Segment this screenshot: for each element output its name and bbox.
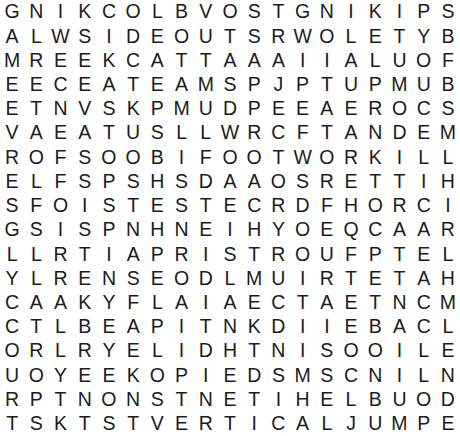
grid-cell-r3c12[interactable]: A — [266, 48, 290, 72]
grid-cell-r3c4[interactable]: E — [73, 48, 97, 72]
grid-cell-r12c12[interactable]: U — [266, 266, 290, 290]
grid-cell-r10c13[interactable]: O — [291, 218, 315, 242]
grid-cell-r10c16[interactable]: C — [363, 218, 387, 242]
grid-cell-r14c11[interactable]: K — [242, 315, 266, 339]
grid-cell-r18c16[interactable]: U — [363, 412, 387, 436]
grid-cell-r8c19[interactable]: H — [436, 170, 460, 194]
grid-cell-r13c5[interactable]: Y — [97, 291, 121, 315]
grid-cell-r7c2[interactable]: O — [24, 145, 48, 169]
grid-cell-r1c5[interactable]: C — [97, 0, 121, 24]
grid-cell-r16c8[interactable]: P — [169, 363, 193, 387]
grid-cell-r15c10[interactable]: H — [218, 339, 242, 363]
grid-cell-r9c16[interactable]: O — [363, 194, 387, 218]
grid-cell-r5c10[interactable]: D — [218, 97, 242, 121]
grid-cell-r17c12[interactable]: I — [266, 388, 290, 412]
grid-cell-r3c6[interactable]: C — [121, 48, 145, 72]
grid-cell-r14c13[interactable]: I — [291, 315, 315, 339]
grid-cell-r16c2[interactable]: O — [24, 363, 48, 387]
grid-cell-r11c8[interactable]: R — [169, 242, 193, 266]
grid-cell-r5c1[interactable]: E — [0, 97, 24, 121]
grid-cell-r5c14[interactable]: A — [315, 97, 339, 121]
grid-cell-r5c12[interactable]: E — [266, 97, 290, 121]
grid-cell-r12c8[interactable]: O — [169, 266, 193, 290]
grid-cell-r10c7[interactable]: H — [145, 218, 169, 242]
grid-cell-r13c8[interactable]: A — [169, 291, 193, 315]
grid-cell-r12c17[interactable]: T — [387, 266, 411, 290]
grid-cell-r4c9[interactable]: M — [194, 73, 218, 97]
grid-cell-r17c1[interactable]: R — [0, 388, 24, 412]
grid-cell-r5c8[interactable]: M — [169, 97, 193, 121]
grid-cell-r4c16[interactable]: P — [363, 73, 387, 97]
grid-cell-r18c18[interactable]: P — [412, 412, 436, 436]
grid-cell-r14c6[interactable]: A — [121, 315, 145, 339]
grid-cell-r6c9[interactable]: L — [194, 121, 218, 145]
grid-cell-r12c1[interactable]: Y — [0, 266, 24, 290]
grid-cell-r5c16[interactable]: R — [363, 97, 387, 121]
grid-cell-r18c19[interactable]: E — [436, 412, 460, 436]
grid-cell-r17c8[interactable]: T — [169, 388, 193, 412]
grid-cell-r18c15[interactable]: J — [339, 412, 363, 436]
grid-cell-r13c2[interactable]: A — [24, 291, 48, 315]
grid-cell-r2c1[interactable]: A — [0, 24, 24, 48]
grid-cell-r1c6[interactable]: O — [121, 0, 145, 24]
grid-cell-r4c14[interactable]: T — [315, 73, 339, 97]
grid-cell-r14c3[interactable]: L — [48, 315, 72, 339]
grid-cell-r15c9[interactable]: D — [194, 339, 218, 363]
grid-cell-r9c18[interactable]: C — [412, 194, 436, 218]
grid-cell-r7c8[interactable]: I — [169, 145, 193, 169]
grid-cell-r10c9[interactable]: E — [194, 218, 218, 242]
grid-cell-r8c2[interactable]: L — [24, 170, 48, 194]
grid-cell-r18c2[interactable]: S — [24, 412, 48, 436]
grid-cell-r9c4[interactable]: I — [73, 194, 97, 218]
grid-cell-r7c5[interactable]: O — [97, 145, 121, 169]
grid-cell-r16c19[interactable]: N — [436, 363, 460, 387]
grid-cell-r14c4[interactable]: B — [73, 315, 97, 339]
grid-cell-r16c4[interactable]: E — [73, 363, 97, 387]
grid-cell-r17c9[interactable]: N — [194, 388, 218, 412]
grid-cell-r13c18[interactable]: C — [412, 291, 436, 315]
grid-cell-r3c19[interactable]: F — [436, 48, 460, 72]
grid-cell-r9c19[interactable]: I — [436, 194, 460, 218]
grid-cell-r5c15[interactable]: E — [339, 97, 363, 121]
grid-cell-r8c4[interactable]: S — [73, 170, 97, 194]
grid-cell-r1c12[interactable]: T — [266, 0, 290, 24]
grid-cell-r14c8[interactable]: I — [169, 315, 193, 339]
grid-cell-r7c10[interactable]: O — [218, 145, 242, 169]
grid-cell-r4c18[interactable]: U — [412, 73, 436, 97]
grid-cell-r7c7[interactable]: B — [145, 145, 169, 169]
grid-cell-r6c12[interactable]: C — [266, 121, 290, 145]
grid-cell-r15c11[interactable]: T — [242, 339, 266, 363]
grid-cell-r11c17[interactable]: T — [387, 242, 411, 266]
grid-cell-r2c15[interactable]: L — [339, 24, 363, 48]
grid-cell-r11c13[interactable]: O — [291, 242, 315, 266]
grid-cell-r2c10[interactable]: T — [218, 24, 242, 48]
grid-cell-r11c11[interactable]: T — [242, 242, 266, 266]
grid-cell-r11c7[interactable]: P — [145, 242, 169, 266]
grid-cell-r14c15[interactable]: E — [339, 315, 363, 339]
grid-cell-r17c2[interactable]: P — [24, 388, 48, 412]
grid-cell-r1c17[interactable]: I — [387, 0, 411, 24]
grid-cell-r15c1[interactable]: O — [0, 339, 24, 363]
grid-cell-r3c16[interactable]: L — [363, 48, 387, 72]
grid-cell-r14c1[interactable]: C — [0, 315, 24, 339]
grid-cell-r18c1[interactable]: T — [0, 412, 24, 436]
grid-cell-r9c10[interactable]: E — [218, 194, 242, 218]
grid-cell-r12c5[interactable]: N — [97, 266, 121, 290]
grid-cell-r6c13[interactable]: F — [291, 121, 315, 145]
grid-cell-r3c15[interactable]: A — [339, 48, 363, 72]
grid-cell-r10c17[interactable]: A — [387, 218, 411, 242]
grid-cell-r13c9[interactable]: I — [194, 291, 218, 315]
grid-cell-r17c10[interactable]: E — [218, 388, 242, 412]
grid-cell-r12c15[interactable]: T — [339, 266, 363, 290]
grid-cell-r2c7[interactable]: E — [145, 24, 169, 48]
grid-cell-r14c12[interactable]: D — [266, 315, 290, 339]
grid-cell-r15c3[interactable]: L — [48, 339, 72, 363]
grid-cell-r17c7[interactable]: S — [145, 388, 169, 412]
grid-cell-r8c17[interactable]: T — [387, 170, 411, 194]
grid-cell-r1c8[interactable]: B — [169, 0, 193, 24]
grid-cell-r13c3[interactable]: A — [48, 291, 72, 315]
grid-cell-r2c5[interactable]: I — [97, 24, 121, 48]
grid-cell-r13c7[interactable]: L — [145, 291, 169, 315]
grid-cell-r1c4[interactable]: K — [73, 0, 97, 24]
grid-cell-r2c19[interactable]: B — [436, 24, 460, 48]
grid-cell-r16c12[interactable]: S — [266, 363, 290, 387]
grid-cell-r7c17[interactable]: I — [387, 145, 411, 169]
grid-cell-r6c18[interactable]: E — [412, 121, 436, 145]
grid-cell-r9c1[interactable]: S — [0, 194, 24, 218]
grid-cell-r5c5[interactable]: S — [97, 97, 121, 121]
grid-cell-r18c7[interactable]: V — [145, 412, 169, 436]
grid-cell-r3c8[interactable]: T — [169, 48, 193, 72]
grid-cell-r18c14[interactable]: L — [315, 412, 339, 436]
grid-cell-r4c15[interactable]: U — [339, 73, 363, 97]
grid-cell-r8c7[interactable]: H — [145, 170, 169, 194]
grid-cell-r5c19[interactable]: S — [436, 97, 460, 121]
grid-cell-r10c8[interactable]: N — [169, 218, 193, 242]
grid-cell-r3c1[interactable]: M — [0, 48, 24, 72]
grid-cell-r4c11[interactable]: P — [242, 73, 266, 97]
grid-cell-r12c18[interactable]: A — [412, 266, 436, 290]
grid-cell-r15c6[interactable]: E — [121, 339, 145, 363]
grid-cell-r1c2[interactable]: N — [24, 0, 48, 24]
grid-cell-r7c9[interactable]: F — [194, 145, 218, 169]
grid-cell-r16c10[interactable]: E — [218, 363, 242, 387]
grid-cell-r5c18[interactable]: C — [412, 97, 436, 121]
grid-cell-r8c12[interactable]: O — [266, 170, 290, 194]
grid-cell-r13c16[interactable]: T — [363, 291, 387, 315]
grid-cell-r8c15[interactable]: E — [339, 170, 363, 194]
grid-cell-r9c9[interactable]: T — [194, 194, 218, 218]
grid-cell-r11c1[interactable]: L — [0, 242, 24, 266]
grid-cell-r11c12[interactable]: R — [266, 242, 290, 266]
grid-cell-r10c18[interactable]: A — [412, 218, 436, 242]
grid-cell-r5c4[interactable]: V — [73, 97, 97, 121]
grid-cell-r11c2[interactable]: L — [24, 242, 48, 266]
grid-cell-r15c17[interactable]: I — [387, 339, 411, 363]
grid-cell-r5c6[interactable]: K — [121, 97, 145, 121]
grid-cell-r16c6[interactable]: K — [121, 363, 145, 387]
grid-cell-r10c15[interactable]: Q — [339, 218, 363, 242]
grid-cell-r16c17[interactable]: I — [387, 363, 411, 387]
grid-cell-r10c2[interactable]: S — [24, 218, 48, 242]
grid-cell-r4c10[interactable]: S — [218, 73, 242, 97]
grid-cell-r11c4[interactable]: T — [73, 242, 97, 266]
grid-cell-r11c18[interactable]: E — [412, 242, 436, 266]
grid-cell-r11c14[interactable]: U — [315, 242, 339, 266]
grid-cell-r17c16[interactable]: B — [363, 388, 387, 412]
grid-cell-r18c5[interactable]: S — [97, 412, 121, 436]
grid-cell-r18c3[interactable]: K — [48, 412, 72, 436]
grid-cell-r4c5[interactable]: A — [97, 73, 121, 97]
grid-cell-r17c15[interactable]: L — [339, 388, 363, 412]
grid-cell-r14c19[interactable]: L — [436, 315, 460, 339]
grid-cell-r6c19[interactable]: M — [436, 121, 460, 145]
grid-cell-r12c10[interactable]: L — [218, 266, 242, 290]
grid-cell-r14c10[interactable]: N — [218, 315, 242, 339]
grid-cell-r1c16[interactable]: K — [363, 0, 387, 24]
grid-cell-r2c13[interactable]: W — [291, 24, 315, 48]
grid-cell-r6c14[interactable]: T — [315, 121, 339, 145]
grid-cell-r17c3[interactable]: T — [48, 388, 72, 412]
grid-cell-r16c18[interactable]: L — [412, 363, 436, 387]
grid-cell-r2c12[interactable]: R — [266, 24, 290, 48]
grid-cell-r4c3[interactable]: C — [48, 73, 72, 97]
grid-cell-r8c5[interactable]: P — [97, 170, 121, 194]
grid-cell-r13c19[interactable]: M — [436, 291, 460, 315]
grid-cell-r1c3[interactable]: I — [48, 0, 72, 24]
grid-cell-r9c11[interactable]: C — [242, 194, 266, 218]
grid-cell-r2c14[interactable]: O — [315, 24, 339, 48]
grid-cell-r17c18[interactable]: O — [412, 388, 436, 412]
grid-cell-r3c13[interactable]: I — [291, 48, 315, 72]
grid-cell-r16c11[interactable]: D — [242, 363, 266, 387]
grid-cell-r10c3[interactable]: I — [48, 218, 72, 242]
grid-cell-r18c9[interactable]: R — [194, 412, 218, 436]
grid-cell-r2c9[interactable]: U — [194, 24, 218, 48]
grid-cell-r6c7[interactable]: S — [145, 121, 169, 145]
grid-cell-r17c14[interactable]: E — [315, 388, 339, 412]
grid-cell-r7c6[interactable]: O — [121, 145, 145, 169]
grid-cell-r8c8[interactable]: S — [169, 170, 193, 194]
grid-cell-r9c14[interactable]: F — [315, 194, 339, 218]
grid-cell-r6c5[interactable]: T — [97, 121, 121, 145]
grid-cell-r4c12[interactable]: J — [266, 73, 290, 97]
grid-cell-r2c17[interactable]: T — [387, 24, 411, 48]
grid-cell-r2c16[interactable]: E — [363, 24, 387, 48]
grid-cell-r6c6[interactable]: U — [121, 121, 145, 145]
grid-cell-r17c4[interactable]: N — [73, 388, 97, 412]
grid-cell-r6c16[interactable]: N — [363, 121, 387, 145]
grid-cell-r16c14[interactable]: S — [315, 363, 339, 387]
grid-cell-r8c1[interactable]: E — [0, 170, 24, 194]
grid-cell-r11c19[interactable]: L — [436, 242, 460, 266]
grid-cell-r1c1[interactable]: G — [0, 0, 24, 24]
grid-cell-r13c10[interactable]: A — [218, 291, 242, 315]
grid-cell-r13c12[interactable]: C — [266, 291, 290, 315]
grid-cell-r2c8[interactable]: O — [169, 24, 193, 48]
grid-cell-r12c4[interactable]: E — [73, 266, 97, 290]
grid-cell-r6c3[interactable]: E — [48, 121, 72, 145]
grid-cell-r17c17[interactable]: U — [387, 388, 411, 412]
grid-cell-r15c19[interactable]: E — [436, 339, 460, 363]
grid-cell-r6c4[interactable]: A — [73, 121, 97, 145]
grid-cell-r18c11[interactable]: I — [242, 412, 266, 436]
grid-cell-r12c7[interactable]: E — [145, 266, 169, 290]
grid-cell-r15c14[interactable]: S — [315, 339, 339, 363]
grid-cell-r16c15[interactable]: C — [339, 363, 363, 387]
grid-cell-r10c5[interactable]: P — [97, 218, 121, 242]
grid-cell-r8c14[interactable]: R — [315, 170, 339, 194]
grid-cell-r16c9[interactable]: I — [194, 363, 218, 387]
grid-cell-r13c13[interactable]: T — [291, 291, 315, 315]
grid-cell-r9c5[interactable]: S — [97, 194, 121, 218]
grid-cell-r7c15[interactable]: R — [339, 145, 363, 169]
grid-cell-r2c2[interactable]: L — [24, 24, 48, 48]
grid-cell-r5c11[interactable]: P — [242, 97, 266, 121]
grid-cell-r15c15[interactable]: O — [339, 339, 363, 363]
grid-cell-r9c8[interactable]: S — [169, 194, 193, 218]
grid-cell-r18c13[interactable]: A — [291, 412, 315, 436]
grid-cell-r5c2[interactable]: T — [24, 97, 48, 121]
grid-cell-r14c14[interactable]: I — [315, 315, 339, 339]
grid-cell-r10c10[interactable]: I — [218, 218, 242, 242]
grid-cell-r14c2[interactable]: T — [24, 315, 48, 339]
grid-cell-r3c9[interactable]: T — [194, 48, 218, 72]
grid-cell-r11c10[interactable]: S — [218, 242, 242, 266]
grid-cell-r3c11[interactable]: A — [242, 48, 266, 72]
grid-cell-r11c15[interactable]: F — [339, 242, 363, 266]
grid-cell-r1c18[interactable]: P — [412, 0, 436, 24]
grid-cell-r11c6[interactable]: A — [121, 242, 145, 266]
grid-cell-r9c6[interactable]: T — [121, 194, 145, 218]
grid-cell-r12c16[interactable]: E — [363, 266, 387, 290]
grid-cell-r16c16[interactable]: N — [363, 363, 387, 387]
grid-cell-r18c6[interactable]: T — [121, 412, 145, 436]
grid-cell-r4c19[interactable]: B — [436, 73, 460, 97]
grid-cell-r7c1[interactable]: R — [0, 145, 24, 169]
grid-cell-r13c15[interactable]: E — [339, 291, 363, 315]
grid-cell-r16c3[interactable]: Y — [48, 363, 72, 387]
grid-cell-r7c14[interactable]: O — [315, 145, 339, 169]
grid-cell-r15c7[interactable]: L — [145, 339, 169, 363]
grid-cell-r10c12[interactable]: Y — [266, 218, 290, 242]
grid-cell-r9c2[interactable]: F — [24, 194, 48, 218]
grid-cell-r6c1[interactable]: V — [0, 121, 24, 145]
grid-cell-r8c18[interactable]: I — [412, 170, 436, 194]
grid-cell-r7c13[interactable]: W — [291, 145, 315, 169]
grid-cell-r16c7[interactable]: O — [145, 363, 169, 387]
grid-cell-r11c16[interactable]: P — [363, 242, 387, 266]
grid-cell-r13c11[interactable]: E — [242, 291, 266, 315]
grid-cell-r4c7[interactable]: E — [145, 73, 169, 97]
grid-cell-r5c3[interactable]: N — [48, 97, 72, 121]
grid-cell-r16c13[interactable]: M — [291, 363, 315, 387]
grid-cell-r12c6[interactable]: S — [121, 266, 145, 290]
grid-cell-r8c11[interactable]: A — [242, 170, 266, 194]
grid-cell-r1c14[interactable]: N — [315, 0, 339, 24]
grid-cell-r1c15[interactable]: I — [339, 0, 363, 24]
grid-cell-r17c5[interactable]: O — [97, 388, 121, 412]
grid-cell-r10c11[interactable]: H — [242, 218, 266, 242]
grid-cell-r13c6[interactable]: F — [121, 291, 145, 315]
grid-cell-r12c11[interactable]: M — [242, 266, 266, 290]
grid-cell-r12c19[interactable]: H — [436, 266, 460, 290]
grid-cell-r14c17[interactable]: A — [387, 315, 411, 339]
grid-cell-r4c17[interactable]: M — [387, 73, 411, 97]
grid-cell-r10c14[interactable]: E — [315, 218, 339, 242]
grid-cell-r13c4[interactable]: K — [73, 291, 97, 315]
grid-cell-r11c5[interactable]: I — [97, 242, 121, 266]
grid-cell-r12c3[interactable]: R — [48, 266, 72, 290]
grid-cell-r4c6[interactable]: T — [121, 73, 145, 97]
grid-cell-r5c7[interactable]: P — [145, 97, 169, 121]
grid-cell-r15c16[interactable]: O — [363, 339, 387, 363]
grid-cell-r2c3[interactable]: W — [48, 24, 72, 48]
grid-cell-r1c13[interactable]: G — [291, 0, 315, 24]
grid-cell-r10c1[interactable]: G — [0, 218, 24, 242]
grid-cell-r13c14[interactable]: A — [315, 291, 339, 315]
grid-cell-r8c9[interactable]: D — [194, 170, 218, 194]
grid-cell-r17c13[interactable]: H — [291, 388, 315, 412]
grid-cell-r1c9[interactable]: V — [194, 0, 218, 24]
grid-cell-r3c14[interactable]: I — [315, 48, 339, 72]
grid-cell-r17c19[interactable]: D — [436, 388, 460, 412]
grid-cell-r2c18[interactable]: Y — [412, 24, 436, 48]
grid-cell-r10c19[interactable]: R — [436, 218, 460, 242]
grid-cell-r14c16[interactable]: B — [363, 315, 387, 339]
grid-cell-r7c16[interactable]: K — [363, 145, 387, 169]
grid-cell-r4c8[interactable]: A — [169, 73, 193, 97]
grid-cell-r16c1[interactable]: U — [0, 363, 24, 387]
grid-cell-r5c13[interactable]: E — [291, 97, 315, 121]
grid-cell-r17c11[interactable]: T — [242, 388, 266, 412]
grid-cell-r1c19[interactable]: S — [436, 0, 460, 24]
grid-cell-r5c9[interactable]: U — [194, 97, 218, 121]
grid-cell-r2c11[interactable]: S — [242, 24, 266, 48]
grid-cell-r7c19[interactable]: L — [436, 145, 460, 169]
grid-cell-r1c11[interactable]: S — [242, 0, 266, 24]
grid-cell-r15c2[interactable]: R — [24, 339, 48, 363]
grid-cell-r4c13[interactable]: P — [291, 73, 315, 97]
grid-cell-r4c1[interactable]: E — [0, 73, 24, 97]
grid-cell-r7c11[interactable]: O — [242, 145, 266, 169]
grid-cell-r6c8[interactable]: L — [169, 121, 193, 145]
grid-cell-r6c15[interactable]: A — [339, 121, 363, 145]
grid-cell-r17c6[interactable]: N — [121, 388, 145, 412]
grid-cell-r12c14[interactable]: R — [315, 266, 339, 290]
grid-cell-r3c17[interactable]: U — [387, 48, 411, 72]
grid-cell-r6c17[interactable]: D — [387, 121, 411, 145]
grid-cell-r11c3[interactable]: R — [48, 242, 72, 266]
grid-cell-r3c3[interactable]: E — [48, 48, 72, 72]
grid-cell-r14c5[interactable]: E — [97, 315, 121, 339]
grid-cell-r8c3[interactable]: F — [48, 170, 72, 194]
grid-cell-r13c1[interactable]: C — [0, 291, 24, 315]
grid-cell-r12c9[interactable]: D — [194, 266, 218, 290]
grid-cell-r14c18[interactable]: C — [412, 315, 436, 339]
grid-cell-r9c7[interactable]: E — [145, 194, 169, 218]
grid-cell-r13c17[interactable]: N — [387, 291, 411, 315]
grid-cell-r3c10[interactable]: A — [218, 48, 242, 72]
grid-cell-r18c10[interactable]: T — [218, 412, 242, 436]
grid-cell-r6c2[interactable]: A — [24, 121, 48, 145]
grid-cell-r18c12[interactable]: C — [266, 412, 290, 436]
grid-cell-r8c6[interactable]: S — [121, 170, 145, 194]
